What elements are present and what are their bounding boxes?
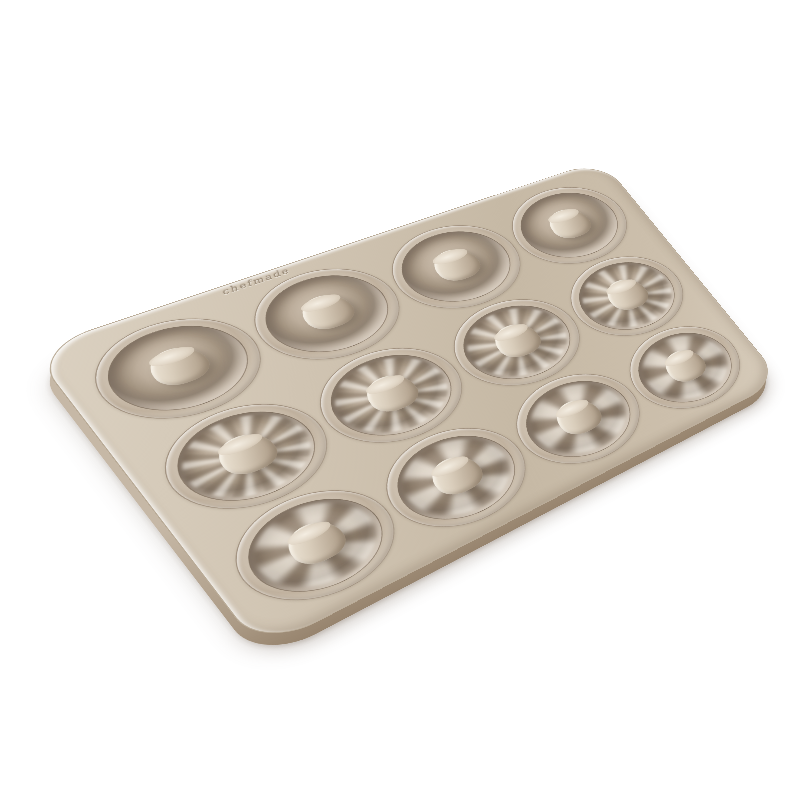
product-photo: chefmade [0, 0, 800, 800]
